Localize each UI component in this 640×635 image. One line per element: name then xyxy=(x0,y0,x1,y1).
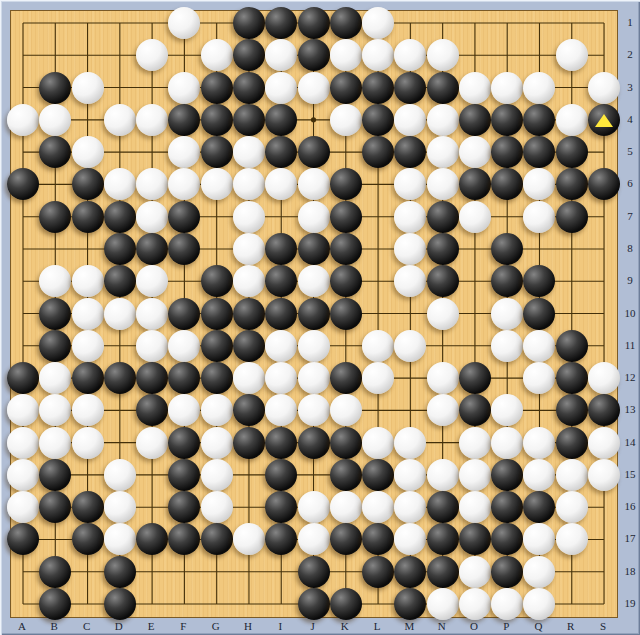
white-stone-O7[interactable] xyxy=(459,201,491,233)
white-stone-N2[interactable] xyxy=(427,39,459,71)
black-stone-L15[interactable] xyxy=(362,459,394,491)
black-stone-P8[interactable] xyxy=(491,233,523,265)
row-label-9: 9 xyxy=(620,274,640,286)
column-label-A: A xyxy=(12,620,32,633)
white-stone-S15[interactable] xyxy=(588,459,620,491)
black-stone-F10[interactable] xyxy=(168,298,200,330)
black-stone-G11[interactable] xyxy=(201,330,233,362)
white-stone-A14[interactable] xyxy=(7,427,39,459)
white-stone-Q3[interactable] xyxy=(523,72,555,104)
white-stone-D15[interactable] xyxy=(104,459,136,491)
white-stone-L12[interactable] xyxy=(362,362,394,394)
white-stone-S12[interactable] xyxy=(588,362,620,394)
white-stone-J6[interactable] xyxy=(298,168,330,200)
black-stone-N16[interactable] xyxy=(427,491,459,523)
black-stone-K12[interactable] xyxy=(330,362,362,394)
black-stone-S4[interactable] xyxy=(588,104,620,136)
black-stone-K19[interactable] xyxy=(330,588,362,620)
white-stone-N12[interactable] xyxy=(427,362,459,394)
white-stone-E14[interactable] xyxy=(136,427,168,459)
column-label-G: G xyxy=(206,620,226,633)
white-stone-G13[interactable] xyxy=(201,394,233,426)
white-stone-M14[interactable] xyxy=(394,427,426,459)
white-stone-H5[interactable] xyxy=(233,136,265,168)
black-stone-J18[interactable] xyxy=(298,556,330,588)
white-stone-O5[interactable] xyxy=(459,136,491,168)
row-label-11: 11 xyxy=(620,339,640,351)
column-label-S: S xyxy=(593,620,613,633)
row-label-2: 2 xyxy=(620,48,640,60)
black-stone-C7[interactable] xyxy=(72,201,104,233)
black-stone-K6[interactable] xyxy=(330,168,362,200)
black-stone-K15[interactable] xyxy=(330,459,362,491)
black-stone-G12[interactable] xyxy=(201,362,233,394)
black-stone-I10[interactable] xyxy=(265,298,297,330)
black-stone-I4[interactable] xyxy=(265,104,297,136)
row-label-7: 7 xyxy=(620,210,640,222)
black-stone-K7[interactable] xyxy=(330,201,362,233)
column-label-N: N xyxy=(432,620,452,633)
row-label-17: 17 xyxy=(620,532,640,544)
row-label-8: 8 xyxy=(620,242,640,254)
white-stone-Q7[interactable] xyxy=(523,201,555,233)
black-stone-R11[interactable] xyxy=(556,330,588,362)
black-stone-A12[interactable] xyxy=(7,362,39,394)
white-stone-R15[interactable] xyxy=(556,459,588,491)
white-stone-C5[interactable] xyxy=(72,136,104,168)
go-client-window: 12345678910111213141516171819 ABCDEFGHIJ… xyxy=(0,0,640,635)
black-stone-L18[interactable] xyxy=(362,556,394,588)
black-stone-J14[interactable] xyxy=(298,427,330,459)
black-stone-P15[interactable] xyxy=(491,459,523,491)
row-label-6: 6 xyxy=(620,177,640,189)
white-stone-G2[interactable] xyxy=(201,39,233,71)
black-stone-H1[interactable] xyxy=(233,7,265,39)
white-stone-O18[interactable] xyxy=(459,556,491,588)
black-stone-O4[interactable] xyxy=(459,104,491,136)
black-stone-B18[interactable] xyxy=(39,556,71,588)
white-stone-S14[interactable] xyxy=(588,427,620,459)
white-stone-J7[interactable] xyxy=(298,201,330,233)
black-stone-N7[interactable] xyxy=(427,201,459,233)
column-label-C: C xyxy=(77,620,97,633)
black-stone-B10[interactable] xyxy=(39,298,71,330)
white-stone-Q18[interactable] xyxy=(523,556,555,588)
white-stone-G15[interactable] xyxy=(201,459,233,491)
black-stone-G17[interactable] xyxy=(201,523,233,555)
white-stone-R17[interactable] xyxy=(556,523,588,555)
black-stone-H2[interactable] xyxy=(233,39,265,71)
column-label-O: O xyxy=(464,620,484,633)
white-stone-L14[interactable] xyxy=(362,427,394,459)
white-stone-M11[interactable] xyxy=(394,330,426,362)
row-coordinates: 12345678910111213141516171819 xyxy=(620,10,640,618)
black-stone-D8[interactable] xyxy=(104,233,136,265)
white-stone-F3[interactable] xyxy=(168,72,200,104)
black-stone-F14[interactable] xyxy=(168,427,200,459)
white-stone-N10[interactable] xyxy=(427,298,459,330)
black-stone-N18[interactable] xyxy=(427,556,459,588)
white-stone-O15[interactable] xyxy=(459,459,491,491)
white-stone-L11[interactable] xyxy=(362,330,394,362)
white-stone-O3[interactable] xyxy=(459,72,491,104)
black-stone-H4[interactable] xyxy=(233,104,265,136)
white-stone-D10[interactable] xyxy=(104,298,136,330)
white-stone-C14[interactable] xyxy=(72,427,104,459)
white-stone-N6[interactable] xyxy=(427,168,459,200)
white-stone-J3[interactable] xyxy=(298,72,330,104)
white-stone-C10[interactable] xyxy=(72,298,104,330)
white-stone-L1[interactable] xyxy=(362,7,394,39)
white-stone-H8[interactable] xyxy=(233,233,265,265)
white-stone-P14[interactable] xyxy=(491,427,523,459)
black-stone-R7[interactable] xyxy=(556,201,588,233)
column-label-M: M xyxy=(399,620,419,633)
black-stone-K8[interactable] xyxy=(330,233,362,265)
white-stone-P11[interactable] xyxy=(491,330,523,362)
black-stone-B11[interactable] xyxy=(39,330,71,362)
white-stone-J13[interactable] xyxy=(298,394,330,426)
black-stone-D18[interactable] xyxy=(104,556,136,588)
black-stone-I14[interactable] xyxy=(265,427,297,459)
black-stone-K3[interactable] xyxy=(330,72,362,104)
black-stone-Q10[interactable] xyxy=(523,298,555,330)
column-coordinates: ABCDEFGHIJKLMNOPQRS xyxy=(10,620,618,635)
white-stone-A4[interactable] xyxy=(7,104,39,136)
column-label-D: D xyxy=(109,620,129,633)
row-label-4: 4 xyxy=(620,113,640,125)
black-stone-H14[interactable] xyxy=(233,427,265,459)
white-stone-C11[interactable] xyxy=(72,330,104,362)
black-stone-G4[interactable] xyxy=(201,104,233,136)
white-stone-O14[interactable] xyxy=(459,427,491,459)
white-stone-C9[interactable] xyxy=(72,265,104,297)
black-stone-N9[interactable] xyxy=(427,265,459,297)
white-stone-N4[interactable] xyxy=(427,104,459,136)
black-stone-O12[interactable] xyxy=(459,362,491,394)
white-stone-G6[interactable] xyxy=(201,168,233,200)
row-label-16: 16 xyxy=(620,500,640,512)
white-stone-C3[interactable] xyxy=(72,72,104,104)
white-stone-P19[interactable] xyxy=(491,588,523,620)
white-stone-N15[interactable] xyxy=(427,459,459,491)
black-stone-F4[interactable] xyxy=(168,104,200,136)
black-stone-G5[interactable] xyxy=(201,136,233,168)
white-stone-E11[interactable] xyxy=(136,330,168,362)
black-stone-C16[interactable] xyxy=(72,491,104,523)
white-stone-G16[interactable] xyxy=(201,491,233,523)
black-stone-C12[interactable] xyxy=(72,362,104,394)
black-stone-D9[interactable] xyxy=(104,265,136,297)
white-stone-B14[interactable] xyxy=(39,427,71,459)
row-label-13: 13 xyxy=(620,403,640,415)
white-stone-I3[interactable] xyxy=(265,72,297,104)
white-stone-M4[interactable] xyxy=(394,104,426,136)
black-stone-C6[interactable] xyxy=(72,168,104,200)
black-stone-J5[interactable] xyxy=(298,136,330,168)
white-stone-C13[interactable] xyxy=(72,394,104,426)
white-stone-R16[interactable] xyxy=(556,491,588,523)
row-label-5: 5 xyxy=(620,145,640,157)
row-label-18: 18 xyxy=(620,565,640,577)
black-stone-D12[interactable] xyxy=(104,362,136,394)
black-stone-H10[interactable] xyxy=(233,298,265,330)
black-stone-P4[interactable] xyxy=(491,104,523,136)
white-stone-H7[interactable] xyxy=(233,201,265,233)
black-stone-L4[interactable] xyxy=(362,104,394,136)
black-stone-R5[interactable] xyxy=(556,136,588,168)
white-stone-H9[interactable] xyxy=(233,265,265,297)
goban[interactable] xyxy=(10,10,618,618)
column-label-F: F xyxy=(173,620,193,633)
black-stone-E8[interactable] xyxy=(136,233,168,265)
black-stone-E12[interactable] xyxy=(136,362,168,394)
white-stone-J11[interactable] xyxy=(298,330,330,362)
white-stone-N13[interactable] xyxy=(427,394,459,426)
black-stone-B3[interactable] xyxy=(39,72,71,104)
black-stone-G3[interactable] xyxy=(201,72,233,104)
black-stone-J8[interactable] xyxy=(298,233,330,265)
black-stone-K14[interactable] xyxy=(330,427,362,459)
triangle-marker xyxy=(595,114,613,127)
white-stone-K16[interactable] xyxy=(330,491,362,523)
black-stone-H11[interactable] xyxy=(233,330,265,362)
white-stone-H12[interactable] xyxy=(233,362,265,394)
white-stone-O19[interactable] xyxy=(459,588,491,620)
black-stone-J2[interactable] xyxy=(298,39,330,71)
column-label-E: E xyxy=(141,620,161,633)
white-stone-J12[interactable] xyxy=(298,362,330,394)
white-stone-P3[interactable] xyxy=(491,72,523,104)
row-label-3: 3 xyxy=(620,81,640,93)
white-stone-K2[interactable] xyxy=(330,39,362,71)
black-stone-R12[interactable] xyxy=(556,362,588,394)
black-stone-J19[interactable] xyxy=(298,588,330,620)
column-label-R: R xyxy=(561,620,581,633)
white-stone-E10[interactable] xyxy=(136,298,168,330)
white-stone-E4[interactable] xyxy=(136,104,168,136)
white-stone-N5[interactable] xyxy=(427,136,459,168)
row-label-10: 10 xyxy=(620,307,640,319)
black-stone-F7[interactable] xyxy=(168,201,200,233)
white-stone-G14[interactable] xyxy=(201,427,233,459)
row-label-19: 19 xyxy=(620,597,640,609)
white-stone-J17[interactable] xyxy=(298,523,330,555)
white-stone-J9[interactable] xyxy=(298,265,330,297)
black-stone-N8[interactable] xyxy=(427,233,459,265)
white-stone-R4[interactable] xyxy=(556,104,588,136)
row-label-14: 14 xyxy=(620,436,640,448)
black-stone-H3[interactable] xyxy=(233,72,265,104)
column-label-B: B xyxy=(44,620,64,633)
black-stone-R6[interactable] xyxy=(556,168,588,200)
black-stone-M3[interactable] xyxy=(394,72,426,104)
black-stone-G10[interactable] xyxy=(201,298,233,330)
column-label-Q: Q xyxy=(528,620,548,633)
column-label-I: I xyxy=(270,620,290,633)
white-stone-S3[interactable] xyxy=(588,72,620,104)
white-stone-D16[interactable] xyxy=(104,491,136,523)
white-stone-D6[interactable] xyxy=(104,168,136,200)
white-stone-F11[interactable] xyxy=(168,330,200,362)
black-stone-I8[interactable] xyxy=(265,233,297,265)
black-stone-N17[interactable] xyxy=(427,523,459,555)
black-stone-I15[interactable] xyxy=(265,459,297,491)
column-label-P: P xyxy=(496,620,516,633)
column-label-J: J xyxy=(303,620,323,633)
black-stone-N3[interactable] xyxy=(427,72,459,104)
black-stone-I1[interactable] xyxy=(265,7,297,39)
row-label-12: 12 xyxy=(620,371,640,383)
column-label-K: K xyxy=(335,620,355,633)
white-stone-M7[interactable] xyxy=(394,201,426,233)
black-stone-G9[interactable] xyxy=(201,265,233,297)
black-stone-D19[interactable] xyxy=(104,588,136,620)
black-stone-K9[interactable] xyxy=(330,265,362,297)
black-stone-R13[interactable] xyxy=(556,394,588,426)
black-stone-C17[interactable] xyxy=(72,523,104,555)
black-stone-J1[interactable] xyxy=(298,7,330,39)
row-label-1: 1 xyxy=(620,16,640,28)
black-stone-B15[interactable] xyxy=(39,459,71,491)
white-stone-I11[interactable] xyxy=(265,330,297,362)
white-stone-A16[interactable] xyxy=(7,491,39,523)
column-label-H: H xyxy=(238,620,258,633)
black-stone-R14[interactable] xyxy=(556,427,588,459)
black-stone-K1[interactable] xyxy=(330,7,362,39)
white-stone-A15[interactable] xyxy=(7,459,39,491)
black-stone-K10[interactable] xyxy=(330,298,362,330)
black-stone-D7[interactable] xyxy=(104,201,136,233)
black-stone-P18[interactable] xyxy=(491,556,523,588)
black-stone-M18[interactable] xyxy=(394,556,426,588)
row-label-15: 15 xyxy=(620,468,640,480)
white-stone-Q14[interactable] xyxy=(523,427,555,459)
white-stone-K4[interactable] xyxy=(330,104,362,136)
white-stone-N19[interactable] xyxy=(427,588,459,620)
black-stone-B7[interactable] xyxy=(39,201,71,233)
white-stone-D4[interactable] xyxy=(104,104,136,136)
black-stone-L3[interactable] xyxy=(362,72,394,104)
white-stone-B4[interactable] xyxy=(39,104,71,136)
white-stone-R2[interactable] xyxy=(556,39,588,71)
white-stone-O16[interactable] xyxy=(459,491,491,523)
white-stone-E7[interactable] xyxy=(136,201,168,233)
column-label-L: L xyxy=(367,620,387,633)
black-stone-L5[interactable] xyxy=(362,136,394,168)
white-stone-P10[interactable] xyxy=(491,298,523,330)
black-stone-J10[interactable] xyxy=(298,298,330,330)
white-stone-K13[interactable] xyxy=(330,394,362,426)
white-stone-J16[interactable] xyxy=(298,491,330,523)
